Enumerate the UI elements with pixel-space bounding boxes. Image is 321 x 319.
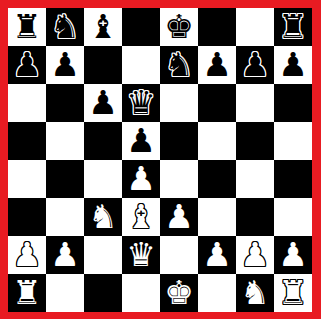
square-e2[interactable] bbox=[160, 236, 198, 274]
white-pawn: ♟ bbox=[164, 198, 194, 236]
square-f5[interactable] bbox=[198, 122, 236, 160]
square-e6[interactable] bbox=[160, 84, 198, 122]
white-bishop: ♝ bbox=[126, 198, 156, 236]
square-f2[interactable]: ♟ bbox=[198, 236, 236, 274]
square-e1[interactable]: ♚ bbox=[160, 274, 198, 312]
square-e7[interactable]: ♞ bbox=[160, 46, 198, 84]
square-b2[interactable]: ♟ bbox=[46, 236, 84, 274]
white-pawn: ♟ bbox=[50, 236, 80, 274]
square-f7[interactable]: ♟ bbox=[198, 46, 236, 84]
white-pawn: ♟ bbox=[240, 236, 270, 274]
square-a7[interactable]: ♟ bbox=[8, 46, 46, 84]
white-knight: ♞ bbox=[88, 198, 118, 236]
black-queen: ♛ bbox=[126, 84, 156, 122]
square-e5[interactable] bbox=[160, 122, 198, 160]
square-b3[interactable] bbox=[46, 198, 84, 236]
black-pawn: ♟ bbox=[12, 46, 42, 84]
black-pawn: ♟ bbox=[88, 84, 118, 122]
white-pawn: ♟ bbox=[278, 236, 308, 274]
square-d1[interactable] bbox=[122, 274, 160, 312]
square-b5[interactable] bbox=[46, 122, 84, 160]
square-a1[interactable]: ♜ bbox=[8, 274, 46, 312]
black-rook: ♜ bbox=[278, 8, 308, 46]
square-g7[interactable]: ♟ bbox=[236, 46, 274, 84]
white-king: ♚ bbox=[164, 274, 194, 312]
square-h3[interactable] bbox=[274, 198, 312, 236]
square-d7[interactable] bbox=[122, 46, 160, 84]
black-pawn: ♟ bbox=[278, 46, 308, 84]
square-c8[interactable]: ♝ bbox=[84, 8, 122, 46]
square-b1[interactable] bbox=[46, 274, 84, 312]
square-c3[interactable]: ♞ bbox=[84, 198, 122, 236]
black-bishop: ♝ bbox=[88, 8, 118, 46]
square-a6[interactable] bbox=[8, 84, 46, 122]
white-pawn: ♟ bbox=[12, 236, 42, 274]
white-rook: ♜ bbox=[12, 274, 42, 312]
square-e3[interactable]: ♟ bbox=[160, 198, 198, 236]
square-a8[interactable]: ♜ bbox=[8, 8, 46, 46]
square-g3[interactable] bbox=[236, 198, 274, 236]
black-knight: ♞ bbox=[164, 46, 194, 84]
black-pawn: ♟ bbox=[202, 46, 232, 84]
square-c1[interactable] bbox=[84, 274, 122, 312]
square-g1[interactable]: ♞ bbox=[236, 274, 274, 312]
square-c6[interactable]: ♟ bbox=[84, 84, 122, 122]
square-g5[interactable] bbox=[236, 122, 274, 160]
square-g4[interactable] bbox=[236, 160, 274, 198]
square-d5[interactable]: ♟ bbox=[122, 122, 160, 160]
square-a5[interactable] bbox=[8, 122, 46, 160]
square-g6[interactable] bbox=[236, 84, 274, 122]
square-c4[interactable] bbox=[84, 160, 122, 198]
square-h5[interactable] bbox=[274, 122, 312, 160]
square-c2[interactable] bbox=[84, 236, 122, 274]
chess-board-frame: ♜♞♝♚♜♟♟♞♟♟♟♟♛♟♟♞♝♟♟♟♛♟♟♟♜♚♞♜ bbox=[0, 0, 321, 319]
square-h2[interactable]: ♟ bbox=[274, 236, 312, 274]
square-e8[interactable]: ♚ bbox=[160, 8, 198, 46]
square-h4[interactable] bbox=[274, 160, 312, 198]
square-f6[interactable] bbox=[198, 84, 236, 122]
white-rook: ♜ bbox=[278, 274, 308, 312]
black-pawn: ♟ bbox=[50, 46, 80, 84]
white-knight: ♞ bbox=[240, 274, 270, 312]
square-e4[interactable] bbox=[160, 160, 198, 198]
black-pawn: ♟ bbox=[126, 122, 156, 160]
square-h1[interactable]: ♜ bbox=[274, 274, 312, 312]
square-b8[interactable]: ♞ bbox=[46, 8, 84, 46]
square-d4[interactable]: ♟ bbox=[122, 160, 160, 198]
square-f1[interactable] bbox=[198, 274, 236, 312]
white-pawn: ♟ bbox=[202, 236, 232, 274]
square-h6[interactable] bbox=[274, 84, 312, 122]
black-rook: ♜ bbox=[12, 8, 42, 46]
square-a3[interactable] bbox=[8, 198, 46, 236]
square-f4[interactable] bbox=[198, 160, 236, 198]
square-g2[interactable]: ♟ bbox=[236, 236, 274, 274]
square-g8[interactable] bbox=[236, 8, 274, 46]
square-d2[interactable]: ♛ bbox=[122, 236, 160, 274]
square-a2[interactable]: ♟ bbox=[8, 236, 46, 274]
chess-board: ♜♞♝♚♜♟♟♞♟♟♟♟♛♟♟♞♝♟♟♟♛♟♟♟♜♚♞♜ bbox=[8, 8, 312, 312]
square-h7[interactable]: ♟ bbox=[274, 46, 312, 84]
white-pawn: ♟ bbox=[126, 160, 156, 198]
square-d3[interactable]: ♝ bbox=[122, 198, 160, 236]
black-king: ♚ bbox=[164, 8, 194, 46]
square-h8[interactable]: ♜ bbox=[274, 8, 312, 46]
square-b7[interactable]: ♟ bbox=[46, 46, 84, 84]
black-pawn: ♟ bbox=[240, 46, 270, 84]
square-c7[interactable] bbox=[84, 46, 122, 84]
black-knight: ♞ bbox=[50, 8, 80, 46]
square-f8[interactable] bbox=[198, 8, 236, 46]
white-queen: ♛ bbox=[126, 236, 156, 274]
square-d8[interactable] bbox=[122, 8, 160, 46]
square-d6[interactable]: ♛ bbox=[122, 84, 160, 122]
square-a4[interactable] bbox=[8, 160, 46, 198]
square-c5[interactable] bbox=[84, 122, 122, 160]
square-b4[interactable] bbox=[46, 160, 84, 198]
square-b6[interactable] bbox=[46, 84, 84, 122]
square-f3[interactable] bbox=[198, 198, 236, 236]
